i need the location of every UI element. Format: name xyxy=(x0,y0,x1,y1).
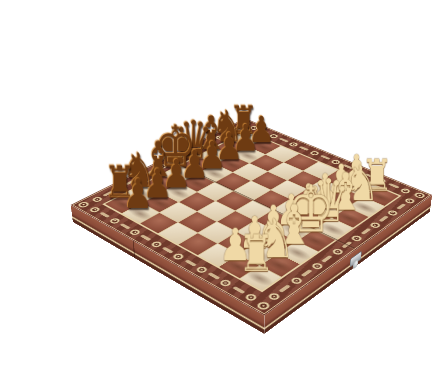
medallion-ornament xyxy=(244,292,259,301)
inlay-bar xyxy=(162,247,174,254)
inlay-bar xyxy=(299,146,310,151)
medallion-ornament xyxy=(368,221,381,228)
medallion-ornament xyxy=(309,150,321,156)
medallion-ornament xyxy=(330,248,344,256)
medallion-ornament xyxy=(150,240,164,248)
white-rook: ♜ xyxy=(238,230,275,278)
inlay-bar xyxy=(232,286,245,294)
metal-clasp xyxy=(349,249,362,270)
medallion-ornament xyxy=(310,262,324,270)
inlay-bar xyxy=(396,203,406,209)
inlay-bar xyxy=(99,212,110,218)
inlay-bar xyxy=(378,216,389,223)
inlay-bar xyxy=(360,228,371,235)
medallion-ornament xyxy=(399,188,411,195)
medallion-ornament xyxy=(219,279,234,288)
medallion-ornament xyxy=(76,201,90,209)
chess-set-photo: ♜♞♝♛♚♝♞♜♟♟♟♟♟♟♟♟♟♟♟♟♟♟♟♟♜♞♝♛♚♝♞♜ xyxy=(0,0,439,384)
fold-seam-notch xyxy=(133,240,136,258)
checkerboard-grid: ♜♞♝♛♚♝♞♜♟♟♟♟♟♟♟♟♟♟♟♟♟♟♟♟♜♞♝♛♚♝♞♜ xyxy=(102,130,401,292)
medallion-ornament xyxy=(129,228,143,236)
inlay-bar xyxy=(301,269,313,277)
inlay-bar xyxy=(119,223,130,229)
medallion-ornament xyxy=(289,276,304,285)
medallion-ornament xyxy=(288,142,299,147)
medallion-ornament xyxy=(266,292,281,301)
inlay-bar xyxy=(208,272,221,280)
chess-board-assembly: ♜♞♝♛♚♝♞♜♟♟♟♟♟♟♟♟♟♟♟♟♟♟♟♟♜♞♝♛♚♝♞♜ xyxy=(125,72,381,328)
medallion-ornament xyxy=(350,234,364,242)
medallion-ornament xyxy=(403,197,416,204)
inlay-bar xyxy=(279,284,292,292)
medallion-ornament xyxy=(255,301,272,312)
medallion-ornament xyxy=(195,265,209,274)
inlay-bar xyxy=(278,138,288,143)
medallion-ornament xyxy=(386,209,399,216)
inlay-bar xyxy=(184,259,197,266)
inlay-bar xyxy=(140,235,152,242)
chess-board: ♜♞♝♛♚♝♞♜♟♟♟♟♟♟♟♟♟♟♟♟♟♟♟♟♜♞♝♛♚♝♞♜ xyxy=(71,118,433,315)
medallion-ornament xyxy=(91,196,104,203)
medallion-ornament xyxy=(413,192,427,199)
medallion-ornament xyxy=(108,217,121,224)
black-pawn: ♟ xyxy=(122,174,152,213)
medallion-ornament xyxy=(172,252,186,260)
inlay-bar xyxy=(321,255,333,262)
